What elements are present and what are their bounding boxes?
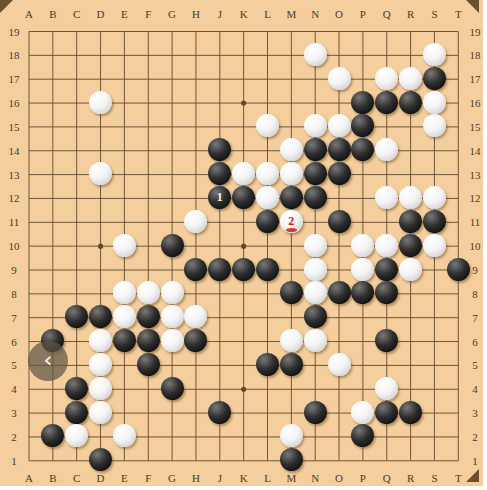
row-label-right-14: 14 — [470, 145, 481, 157]
row-label-right-16: 16 — [470, 97, 481, 109]
row-label-right-4: 4 — [472, 383, 478, 395]
stone-white-O5 — [328, 353, 351, 376]
stone-black-O14 — [328, 138, 351, 161]
stone-black-E6 — [113, 329, 136, 352]
stone-black-J12: 1 — [208, 186, 231, 209]
stone-black-R10 — [399, 234, 422, 257]
back-chevron-icon: ‹ — [44, 349, 53, 371]
stone-white-M11: 2 — [280, 210, 303, 233]
col-label-bottom-M: M — [286, 472, 296, 484]
row-label-left-2: 2 — [11, 431, 17, 443]
col-label-top-S: S — [431, 8, 437, 20]
stone-black-F5 — [137, 353, 160, 376]
star-point-K4 — [241, 387, 246, 392]
col-label-top-E: E — [121, 8, 128, 20]
stone-white-G7 — [161, 305, 184, 328]
stone-white-G8 — [161, 281, 184, 304]
move-number-2: 2 — [280, 210, 303, 233]
stone-black-R11 — [399, 210, 422, 233]
stone-white-Q10 — [375, 234, 398, 257]
row-label-right-5: 5 — [472, 359, 478, 371]
row-label-left-9: 9 — [11, 264, 17, 276]
stone-black-L11 — [256, 210, 279, 233]
stone-black-G4 — [161, 377, 184, 400]
stone-black-Q9 — [375, 258, 398, 281]
col-label-bottom-C: C — [73, 472, 80, 484]
stone-white-F8 — [137, 281, 160, 304]
stone-black-J9 — [208, 258, 231, 281]
stone-white-N8 — [304, 281, 327, 304]
stone-white-D5 — [89, 353, 112, 376]
star-point-K10 — [241, 244, 246, 249]
stone-black-L5 — [256, 353, 279, 376]
row-label-right-3: 3 — [472, 407, 478, 419]
stone-black-F6 — [137, 329, 160, 352]
row-label-left-8: 8 — [11, 288, 17, 300]
row-label-right-8: 8 — [472, 288, 478, 300]
stone-white-S12 — [423, 186, 446, 209]
stone-black-N14 — [304, 138, 327, 161]
row-label-left-1: 1 — [11, 455, 17, 467]
col-label-top-P: P — [360, 8, 366, 20]
stone-black-C3 — [65, 401, 88, 424]
stone-black-O8 — [328, 281, 351, 304]
col-label-top-A: A — [25, 8, 33, 20]
col-label-bottom-H: H — [192, 472, 200, 484]
col-label-bottom-O: O — [335, 472, 343, 484]
stone-black-Q16 — [375, 91, 398, 114]
stone-black-N7 — [304, 305, 327, 328]
col-label-bottom-B: B — [49, 472, 56, 484]
row-label-right-11: 11 — [470, 216, 481, 228]
stone-white-D6 — [89, 329, 112, 352]
stone-black-P16 — [351, 91, 374, 114]
stone-black-R3 — [399, 401, 422, 424]
row-label-left-16: 16 — [9, 97, 20, 109]
stone-black-M1 — [280, 448, 303, 471]
col-label-bottom-Q: Q — [383, 472, 391, 484]
col-label-bottom-A: A — [25, 472, 33, 484]
row-label-right-9: 9 — [472, 264, 478, 276]
row-label-right-18: 18 — [470, 49, 481, 61]
back-button[interactable]: ‹ — [28, 341, 68, 381]
col-label-top-T: T — [455, 8, 462, 20]
stone-white-O17 — [328, 67, 351, 90]
stone-white-S16 — [423, 91, 446, 114]
row-label-right-19: 19 — [470, 26, 481, 38]
col-label-bottom-E: E — [121, 472, 128, 484]
col-label-top-K: K — [240, 8, 248, 20]
stone-white-E7 — [113, 305, 136, 328]
stone-white-O15 — [328, 114, 351, 137]
stone-black-Q3 — [375, 401, 398, 424]
row-label-left-15: 15 — [9, 121, 20, 133]
stone-black-T9 — [447, 258, 470, 281]
stone-white-M6 — [280, 329, 303, 352]
col-label-top-B: B — [49, 8, 56, 20]
col-label-top-G: G — [168, 8, 176, 20]
corner-fold-top-right-icon — [466, 0, 479, 13]
corner-fold-top-left-icon — [0, 0, 13, 13]
stone-black-O11 — [328, 210, 351, 233]
stone-black-K12 — [232, 186, 255, 209]
stone-black-S11 — [423, 210, 446, 233]
stone-black-M12 — [280, 186, 303, 209]
col-label-top-O: O — [335, 8, 343, 20]
row-label-right-17: 17 — [470, 73, 481, 85]
col-label-bottom-T: T — [455, 472, 462, 484]
stone-white-D4 — [89, 377, 112, 400]
stone-white-N10 — [304, 234, 327, 257]
col-label-top-F: F — [145, 8, 151, 20]
row-label-left-6: 6 — [11, 336, 17, 348]
row-label-right-6: 6 — [472, 336, 478, 348]
col-label-bottom-J: J — [218, 472, 222, 484]
col-label-bottom-G: G — [168, 472, 176, 484]
stone-white-N6 — [304, 329, 327, 352]
col-label-bottom-D: D — [97, 472, 105, 484]
star-point-K16 — [241, 100, 246, 105]
col-label-top-R: R — [407, 8, 414, 20]
row-label-right-2: 2 — [472, 431, 478, 443]
stone-black-F7 — [137, 305, 160, 328]
col-label-top-L: L — [264, 8, 271, 20]
col-label-top-J: J — [218, 8, 222, 20]
stone-white-S10 — [423, 234, 446, 257]
col-label-top-C: C — [73, 8, 80, 20]
row-label-left-4: 4 — [11, 383, 17, 395]
stone-white-D3 — [89, 401, 112, 424]
stone-white-R12 — [399, 186, 422, 209]
stone-white-P9 — [351, 258, 374, 281]
col-label-bottom-F: F — [145, 472, 151, 484]
stone-white-E10 — [113, 234, 136, 257]
col-label-top-H: H — [192, 8, 200, 20]
row-label-left-7: 7 — [11, 312, 17, 324]
col-label-top-D: D — [97, 8, 105, 20]
stone-black-S17 — [423, 67, 446, 90]
col-label-bottom-S: S — [431, 472, 437, 484]
row-label-left-13: 13 — [9, 169, 20, 181]
stone-black-M5 — [280, 353, 303, 376]
star-point-D10 — [98, 244, 103, 249]
stone-white-N9 — [304, 258, 327, 281]
move-number-1: 1 — [208, 186, 231, 209]
app-screen: AABBCCDDEEFFGGHHJJKKLLMMNNOOPPQQRRSSTT19… — [0, 0, 487, 490]
row-label-left-5: 5 — [11, 359, 17, 371]
stone-white-P3 — [351, 401, 374, 424]
row-label-left-14: 14 — [9, 145, 20, 157]
stone-white-Q17 — [375, 67, 398, 90]
stone-white-D16 — [89, 91, 112, 114]
go-board[interactable]: AABBCCDDEEFFGGHHJJKKLLMMNNOOPPQQRRSSTT19… — [0, 0, 483, 486]
stone-black-N13 — [304, 162, 327, 185]
row-label-right-13: 13 — [470, 169, 481, 181]
stone-white-L12 — [256, 186, 279, 209]
stone-black-G10 — [161, 234, 184, 257]
col-label-top-Q: Q — [383, 8, 391, 20]
stone-white-M13 — [280, 162, 303, 185]
row-label-right-12: 12 — [470, 192, 481, 204]
stone-white-S18 — [423, 43, 446, 66]
stone-black-J3 — [208, 401, 231, 424]
stone-black-L9 — [256, 258, 279, 281]
row-label-right-10: 10 — [470, 240, 481, 252]
stone-black-K9 — [232, 258, 255, 281]
stone-white-N18 — [304, 43, 327, 66]
row-label-left-10: 10 — [9, 240, 20, 252]
col-label-top-M: M — [286, 8, 296, 20]
stone-white-P10 — [351, 234, 374, 257]
stone-white-D13 — [89, 162, 112, 185]
stone-white-R9 — [399, 258, 422, 281]
stone-black-H9 — [184, 258, 207, 281]
stone-white-L13 — [256, 162, 279, 185]
row-label-right-15: 15 — [470, 121, 481, 133]
stone-black-N12 — [304, 186, 327, 209]
row-label-right-7: 7 — [472, 312, 478, 324]
row-label-left-17: 17 — [9, 73, 20, 85]
stone-white-M14 — [280, 138, 303, 161]
row-label-left-18: 18 — [9, 49, 20, 61]
row-label-left-3: 3 — [11, 407, 17, 419]
row-label-left-12: 12 — [9, 192, 20, 204]
stone-white-R17 — [399, 67, 422, 90]
stone-black-R16 — [399, 91, 422, 114]
col-label-bottom-L: L — [264, 472, 271, 484]
stone-black-N3 — [304, 401, 327, 424]
stone-black-C4 — [65, 377, 88, 400]
row-label-right-1: 1 — [472, 455, 478, 467]
stone-white-Q4 — [375, 377, 398, 400]
col-label-bottom-R: R — [407, 472, 414, 484]
col-label-bottom-N: N — [311, 472, 319, 484]
col-label-bottom-K: K — [240, 472, 248, 484]
corner-fold-bottom-right-icon — [466, 469, 479, 482]
col-label-bottom-P: P — [360, 472, 366, 484]
stone-black-O13 — [328, 162, 351, 185]
row-label-left-19: 19 — [9, 26, 20, 38]
col-label-top-N: N — [311, 8, 319, 20]
stone-white-N15 — [304, 114, 327, 137]
stone-white-G6 — [161, 329, 184, 352]
row-label-left-11: 11 — [9, 216, 20, 228]
